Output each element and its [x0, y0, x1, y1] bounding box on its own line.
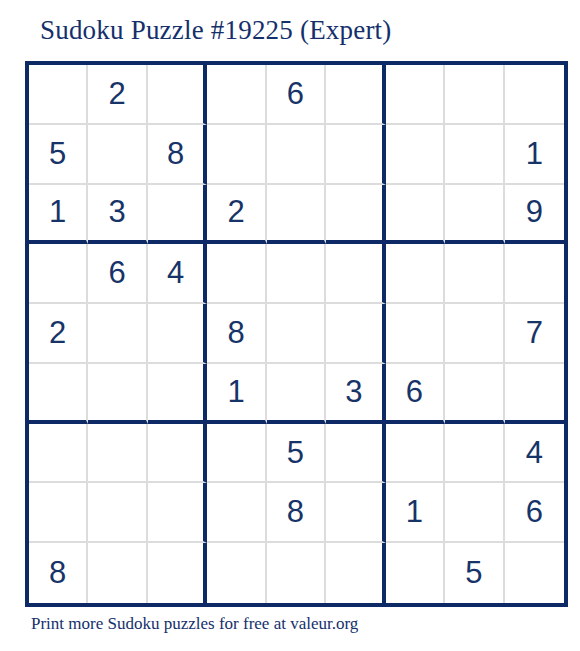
cell-r8c5: 8 [267, 483, 326, 543]
cell-r6c6: 3 [326, 364, 385, 424]
cell-r7c1 [29, 424, 88, 484]
cell-r5c7 [386, 304, 445, 364]
cell-r8c6 [326, 483, 385, 543]
cell-r4c2: 6 [88, 244, 147, 304]
cell-r1c8 [445, 65, 504, 125]
cell-r6c1 [29, 364, 88, 424]
cell-r2c2 [88, 125, 147, 185]
cell-r6c2 [88, 364, 147, 424]
cell-r9c5 [267, 543, 326, 603]
cell-r8c8 [445, 483, 504, 543]
sudoku-board: 265811329642871365481685 [25, 61, 568, 607]
cell-r2c1: 5 [29, 125, 88, 185]
cell-r7c2 [88, 424, 147, 484]
cell-r7c5: 5 [267, 424, 326, 484]
cell-r4c5 [267, 244, 326, 304]
cell-r8c9: 6 [505, 483, 564, 543]
cell-r8c1 [29, 483, 88, 543]
cell-r2c6 [326, 125, 385, 185]
cell-r3c1: 1 [29, 185, 88, 245]
cell-r4c3: 4 [148, 244, 207, 304]
cell-r5c8 [445, 304, 504, 364]
cell-r4c6 [326, 244, 385, 304]
cell-r3c7 [386, 185, 445, 245]
cell-r1c6 [326, 65, 385, 125]
cell-r5c4: 8 [207, 304, 266, 364]
cell-r6c8 [445, 364, 504, 424]
cell-r9c9 [505, 543, 564, 603]
cell-r5c2 [88, 304, 147, 364]
cell-r2c8 [445, 125, 504, 185]
cell-r4c9 [505, 244, 564, 304]
cell-r1c1 [29, 65, 88, 125]
cell-r5c9: 7 [505, 304, 564, 364]
cell-r9c3 [148, 543, 207, 603]
cell-r9c1: 8 [29, 543, 88, 603]
cell-r8c4 [207, 483, 266, 543]
cell-r2c9: 1 [505, 125, 564, 185]
cell-r6c4: 1 [207, 364, 266, 424]
cell-r2c7 [386, 125, 445, 185]
cell-r3c9: 9 [505, 185, 564, 245]
cell-r3c5 [267, 185, 326, 245]
cell-r2c3: 8 [148, 125, 207, 185]
cell-r3c3 [148, 185, 207, 245]
cell-r5c5 [267, 304, 326, 364]
cell-r4c7 [386, 244, 445, 304]
cell-r9c6 [326, 543, 385, 603]
cell-r6c9 [505, 364, 564, 424]
cell-r3c8 [445, 185, 504, 245]
cell-r5c6 [326, 304, 385, 364]
cell-r1c5: 6 [267, 65, 326, 125]
cell-r1c3 [148, 65, 207, 125]
cell-r7c9: 4 [505, 424, 564, 484]
cell-r2c5 [267, 125, 326, 185]
cell-r4c8 [445, 244, 504, 304]
cell-r5c3 [148, 304, 207, 364]
cell-r7c6 [326, 424, 385, 484]
cell-r4c4 [207, 244, 266, 304]
cell-r8c7: 1 [386, 483, 445, 543]
cell-r8c3 [148, 483, 207, 543]
cell-r1c2: 2 [88, 65, 147, 125]
cell-r6c7: 6 [386, 364, 445, 424]
cell-r3c4: 2 [207, 185, 266, 245]
cell-r3c6 [326, 185, 385, 245]
cell-r9c8: 5 [445, 543, 504, 603]
cell-r9c4 [207, 543, 266, 603]
cell-r1c4 [207, 65, 266, 125]
cell-r5c1: 2 [29, 304, 88, 364]
cell-r7c8 [445, 424, 504, 484]
cell-r7c3 [148, 424, 207, 484]
cell-r9c2 [88, 543, 147, 603]
cell-r4c1 [29, 244, 88, 304]
cell-r7c7 [386, 424, 445, 484]
page-title: Sudoku Puzzle #19225 (Expert) [40, 15, 392, 46]
cell-r2c4 [207, 125, 266, 185]
cell-r3c2: 3 [88, 185, 147, 245]
cell-r9c7 [386, 543, 445, 603]
cell-r7c4 [207, 424, 266, 484]
footer-note: Print more Sudoku puzzles for free at va… [31, 614, 358, 634]
cell-r6c3 [148, 364, 207, 424]
cell-r8c2 [88, 483, 147, 543]
cell-r1c7 [386, 65, 445, 125]
cell-r1c9 [505, 65, 564, 125]
cell-r6c5 [267, 364, 326, 424]
